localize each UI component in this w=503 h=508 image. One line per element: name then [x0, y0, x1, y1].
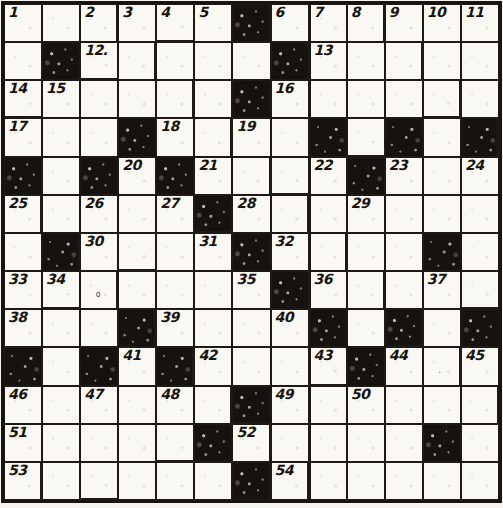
clue-number-12: 12. [84, 43, 107, 58]
white-cell-r8c13[interactable] [461, 271, 499, 309]
white-cell-r2c6[interactable] [194, 42, 232, 80]
black-cell-r11c7 [232, 386, 270, 424]
white-cell-r3c12[interactable] [423, 80, 461, 118]
clue-number-23: 23 [389, 158, 407, 173]
white-cell-r3c11[interactable] [385, 80, 423, 118]
white-cell-r12c13[interactable] [461, 424, 499, 462]
black-cell-r5c1 [4, 157, 42, 195]
clue-number-26: 26 [84, 196, 102, 211]
white-cell-r5c13[interactable]: 24 [461, 157, 499, 195]
clue-number-15: 15 [46, 81, 64, 96]
clue-number-20: 20 [122, 158, 140, 173]
white-cell-r2c7[interactable] [232, 42, 270, 80]
white-cell-r4c2[interactable] [42, 118, 80, 156]
white-cell-r6c8[interactable] [271, 195, 309, 233]
white-cell-r8c2[interactable]: 34 [42, 271, 80, 309]
clue-number-50: 50 [351, 387, 369, 402]
clue-number-28: 28 [236, 196, 254, 211]
clue-number-4: 4 [160, 5, 169, 20]
white-cell-r12c3[interactable] [80, 424, 118, 462]
white-cell-r10c7[interactable] [232, 347, 270, 385]
white-cell-r13c8[interactable]: 54 [271, 462, 309, 500]
black-cell-r13c7 [232, 462, 270, 500]
white-cell-r4c8[interactable] [271, 118, 309, 156]
white-cell-r7c3[interactable]: 30 [80, 233, 118, 271]
clue-number-21: 21 [198, 158, 216, 173]
white-cell-r6c5[interactable]: 27 [156, 195, 194, 233]
white-cell-r10c13[interactable]: 45 [461, 347, 499, 385]
white-cell-r1c1[interactable]: 1 [4, 4, 42, 42]
white-cell-r7c6[interactable]: 31 [194, 233, 232, 271]
white-cell-r2c10[interactable] [347, 42, 385, 80]
white-cell-r4c7[interactable]: 19 [232, 118, 270, 156]
white-cell-r10c8[interactable] [271, 347, 309, 385]
black-cell-r8c8 [271, 271, 309, 309]
white-cell-r13c10[interactable] [347, 462, 385, 500]
white-cell-r1c11[interactable]: 9 [385, 4, 423, 42]
white-cell-r1c3[interactable]: 2 [80, 4, 118, 42]
black-cell-r10c5 [156, 347, 194, 385]
white-cell-r6c11[interactable] [385, 195, 423, 233]
black-cell-r2c2 [42, 42, 80, 80]
clue-number-53: 53 [8, 463, 26, 478]
clue-number-17: 17 [8, 119, 26, 134]
white-cell-r7c9[interactable] [309, 233, 347, 271]
white-cell-r10c12[interactable]: . [423, 347, 461, 385]
clue-number-46: 46 [8, 387, 26, 402]
white-cell-r1c13[interactable]: 11 [461, 4, 499, 42]
white-cell-r7c1[interactable] [4, 233, 42, 271]
clue-number-38: 38 [8, 310, 26, 325]
white-cell-r4c3[interactable] [80, 118, 118, 156]
clue-number-1: 1 [8, 5, 17, 20]
white-cell-r13c12[interactable] [423, 462, 461, 500]
white-cell-r13c11[interactable] [385, 462, 423, 500]
white-cell-r11c10[interactable]: 50 [347, 386, 385, 424]
white-cell-r8c3[interactable]: o [80, 271, 118, 309]
white-cell-r7c13[interactable] [461, 233, 499, 271]
white-cell-r11c1[interactable]: 46 [4, 386, 42, 424]
clue-number-52: 52 [236, 425, 254, 440]
clue-number-36: 36 [314, 272, 332, 287]
white-cell-r9c5[interactable]: 39 [156, 309, 194, 347]
black-cell-r9c13 [461, 309, 499, 347]
black-cell-r10c1 [4, 347, 42, 385]
clue-number-40: 40 [275, 310, 293, 325]
white-cell-r3c3[interactable] [80, 80, 118, 118]
white-cell-r3c6[interactable] [194, 80, 232, 118]
white-cell-r11c13[interactable] [461, 386, 499, 424]
clue-number-47: 47 [84, 387, 102, 402]
white-cell-r12c10[interactable] [347, 424, 385, 462]
clue-number-39: 39 [160, 310, 178, 325]
white-cell-r13c5[interactable] [156, 462, 194, 500]
white-cell-r3c4[interactable] [118, 80, 156, 118]
white-cell-r6c12[interactable] [423, 195, 461, 233]
white-cell-r3c2[interactable]: 15 [42, 80, 80, 118]
white-cell-r8c9[interactable]: 36 [309, 271, 347, 309]
black-cell-r10c3 [80, 347, 118, 385]
white-cell-r13c4[interactable] [118, 462, 156, 500]
white-cell-r10c11[interactable]: 44 [385, 347, 423, 385]
black-cell-r7c2 [42, 233, 80, 271]
white-cell-r13c3[interactable] [80, 462, 118, 500]
white-cell-r9c10[interactable] [347, 309, 385, 347]
clue-number-13: 13 [314, 43, 332, 58]
white-cell-r2c3[interactable]: 12. [80, 42, 118, 80]
white-cell-r7c8[interactable]: 32 [271, 233, 309, 271]
white-cell-r12c1[interactable]: 51 [4, 424, 42, 462]
black-cell-r10c10 [347, 347, 385, 385]
white-cell-r11c12[interactable] [423, 386, 461, 424]
clue-number-8: 8 [351, 5, 360, 20]
white-cell-r9c2[interactable] [42, 309, 80, 347]
white-cell-r11c2[interactable] [42, 386, 80, 424]
white-cell-r6c3[interactable]: 26 [80, 195, 118, 233]
black-cell-r5c10 [347, 157, 385, 195]
white-cell-r6c9[interactable] [309, 195, 347, 233]
white-cell-r1c12[interactable]: 10 [423, 4, 461, 42]
white-cell-r1c6[interactable]: 5 [194, 4, 232, 42]
clue-number-2: 2 [84, 5, 93, 20]
clue-number-35: 35 [236, 272, 254, 287]
white-cell-r11c4[interactable] [118, 386, 156, 424]
white-cell-r5c8[interactable] [271, 157, 309, 195]
clue-number-11: 11 [465, 5, 483, 20]
white-cell-r9c8[interactable]: 40 [271, 309, 309, 347]
white-cell-r10c9[interactable]: 43 [309, 347, 347, 385]
clue-number-27: 27 [160, 196, 178, 211]
black-cell-r5c3 [80, 157, 118, 195]
black-cell-r9c4 [118, 309, 156, 347]
white-cell-r9c12[interactable] [423, 309, 461, 347]
white-cell-r12c9[interactable] [309, 424, 347, 462]
white-cell-r11c11[interactable] [385, 386, 423, 424]
white-cell-r6c2[interactable] [42, 195, 80, 233]
clue-number-25: 25 [8, 196, 26, 211]
black-cell-r9c9 [309, 309, 347, 347]
white-cell-r9c1[interactable]: 38 [4, 309, 42, 347]
clue-number-43: 43 [314, 348, 332, 363]
white-cell-r6c4[interactable] [118, 195, 156, 233]
white-cell-r8c4[interactable] [118, 271, 156, 309]
white-cell-r7c4[interactable] [118, 233, 156, 271]
white-cell-r10c2[interactable] [42, 347, 80, 385]
white-cell-r13c9[interactable] [309, 462, 347, 500]
clue-number-14: 14 [8, 81, 26, 96]
white-cell-r1c9[interactable]: 7 [309, 4, 347, 42]
white-cell-r8c5[interactable] [156, 271, 194, 309]
white-cell-r6c10[interactable]: 29 [347, 195, 385, 233]
white-cell-r4c10[interactable] [347, 118, 385, 156]
white-cell-r12c8[interactable] [271, 424, 309, 462]
white-cell-r4c5[interactable]: 18 [156, 118, 194, 156]
clue-number-30: 30 [84, 234, 102, 249]
white-cell-r11c3[interactable]: 47 [80, 386, 118, 424]
white-cell-r13c13[interactable] [461, 462, 499, 500]
clue-number-3: 3 [122, 5, 131, 20]
clue-number-7: 7 [314, 5, 323, 20]
white-cell-r6c1[interactable]: 25 [4, 195, 42, 233]
clue-number-9: 9 [389, 5, 398, 20]
white-cell-r5c4[interactable]: 20 [118, 157, 156, 195]
white-cell-r3c8[interactable]: 16 [271, 80, 309, 118]
black-cell-r5c5 [156, 157, 194, 195]
black-cell-r4c9 [309, 118, 347, 156]
clue-number-51: 51 [8, 425, 26, 440]
black-cell-r7c7 [232, 233, 270, 271]
clue-number-29: 29 [351, 196, 369, 211]
white-cell-r8c1[interactable]: 33 [4, 271, 42, 309]
white-cell-r2c12[interactable] [423, 42, 461, 80]
white-cell-r4c12[interactable] [423, 118, 461, 156]
white-cell-r5c2[interactable] [42, 157, 80, 195]
white-cell-r6c7[interactable]: 28 [232, 195, 270, 233]
clue-number-19: 19 [236, 119, 254, 134]
white-cell-r2c11[interactable] [385, 42, 423, 80]
clue-number-42: 42 [198, 348, 216, 363]
white-cell-r3c9[interactable] [309, 80, 347, 118]
white-cell-r5c7[interactable] [232, 157, 270, 195]
white-cell-r9c3[interactable] [80, 309, 118, 347]
white-cell-r8c7[interactable]: 35 [232, 271, 270, 309]
white-cell-r10c6[interactable]: 42 [194, 347, 232, 385]
white-cell-r3c1[interactable]: 14 [4, 80, 42, 118]
white-cell-r12c2[interactable] [42, 424, 80, 462]
white-cell-r8c12[interactable]: 37 [423, 271, 461, 309]
black-cell-r12c12 [423, 424, 461, 462]
clue-number-31: 31 [198, 234, 216, 249]
white-cell-r5c9[interactable]: 22 [309, 157, 347, 195]
white-cell-r8c6[interactable] [194, 271, 232, 309]
clue-number-18: 18 [160, 119, 178, 134]
white-cell-r3c5[interactable] [156, 80, 194, 118]
white-cell-r11c9[interactable] [309, 386, 347, 424]
clue-number-32: 32 [275, 234, 293, 249]
black-cell-r4c4 [118, 118, 156, 156]
white-cell-r11c8[interactable]: 49 [271, 386, 309, 424]
black-cell-r1c7 [232, 4, 270, 42]
white-cell-r1c10[interactable]: 8 [347, 4, 385, 42]
white-cell-r9c6[interactable] [194, 309, 232, 347]
white-cell-r5c12[interactable] [423, 157, 461, 195]
clue-number-54: 54 [275, 463, 293, 478]
white-cell-r1c8[interactable]: 6 [271, 4, 309, 42]
black-cell-r4c11 [385, 118, 423, 156]
clue-number-34: 34 [46, 272, 64, 287]
white-cell-r12c7[interactable]: 52 [232, 424, 270, 462]
print-artifact: . [439, 367, 442, 375]
clue-number-24: 24 [465, 158, 483, 173]
white-cell-r2c13[interactable] [461, 42, 499, 80]
white-cell-r11c6[interactable] [194, 386, 232, 424]
white-cell-r6c13[interactable] [461, 195, 499, 233]
white-cell-r5c6[interactable]: 21 [194, 157, 232, 195]
clue-number-33: 33 [8, 272, 26, 287]
white-cell-r11c5[interactable]: 48 [156, 386, 194, 424]
white-cell-r3c10[interactable] [347, 80, 385, 118]
white-cell-r8c10[interactable] [347, 271, 385, 309]
clue-number-48: 48 [160, 387, 178, 402]
clue-number-44: 44 [389, 348, 407, 363]
white-cell-r12c4[interactable] [118, 424, 156, 462]
white-cell-r2c9[interactable]: 13 [309, 42, 347, 80]
black-cell-r2c8 [271, 42, 309, 80]
black-cell-r12c6 [194, 424, 232, 462]
clue-number-49: 49 [275, 387, 293, 402]
crossword-page: 123456789101112.131415161718192021222324… [0, 0, 503, 508]
clue-number-41: 41 [122, 348, 140, 363]
white-cell-r2c4[interactable] [118, 42, 156, 80]
white-cell-r13c2[interactable] [42, 462, 80, 500]
black-cell-r6c6 [194, 195, 232, 233]
white-cell-r4c6[interactable] [194, 118, 232, 156]
white-cell-r3c13[interactable] [461, 80, 499, 118]
white-cell-r7c5[interactable] [156, 233, 194, 271]
white-cell-r2c1[interactable] [4, 42, 42, 80]
white-cell-r4c1[interactable]: 17 [4, 118, 42, 156]
white-cell-r1c2[interactable] [42, 4, 80, 42]
white-cell-r13c6[interactable] [194, 462, 232, 500]
clue-number-10: 10 [427, 5, 445, 20]
white-cell-r9c7[interactable] [232, 309, 270, 347]
white-cell-r5c11[interactable]: 23 [385, 157, 423, 195]
white-cell-r13c1[interactable]: 53 [4, 462, 42, 500]
black-cell-r4c13 [461, 118, 499, 156]
white-cell-r10c4[interactable]: 41 [118, 347, 156, 385]
clue-number-22: 22 [314, 158, 332, 173]
white-cell-r7c11[interactable] [385, 233, 423, 271]
white-cell-r1c5[interactable]: 4 [156, 4, 194, 42]
white-cell-r2c5[interactable] [156, 42, 194, 80]
black-cell-r3c7 [232, 80, 270, 118]
clue-number-6: 6 [275, 5, 284, 20]
clue-number-16: 16 [275, 81, 293, 96]
clue-number-5: 5 [198, 5, 207, 20]
white-cell-r7c10[interactable] [347, 233, 385, 271]
clue-number-45: 45 [465, 348, 483, 363]
crossword-board: 123456789101112.131415161718192021222324… [1, 1, 502, 503]
black-cell-r9c11 [385, 309, 423, 347]
white-cell-r12c5[interactable] [156, 424, 194, 462]
white-cell-r8c11[interactable] [385, 271, 423, 309]
black-cell-r7c12 [423, 233, 461, 271]
clue-number-37: 37 [427, 272, 445, 287]
white-cell-r1c4[interactable]: 3 [118, 4, 156, 42]
print-artifact: o [96, 291, 101, 299]
white-cell-r12c11[interactable] [385, 424, 423, 462]
